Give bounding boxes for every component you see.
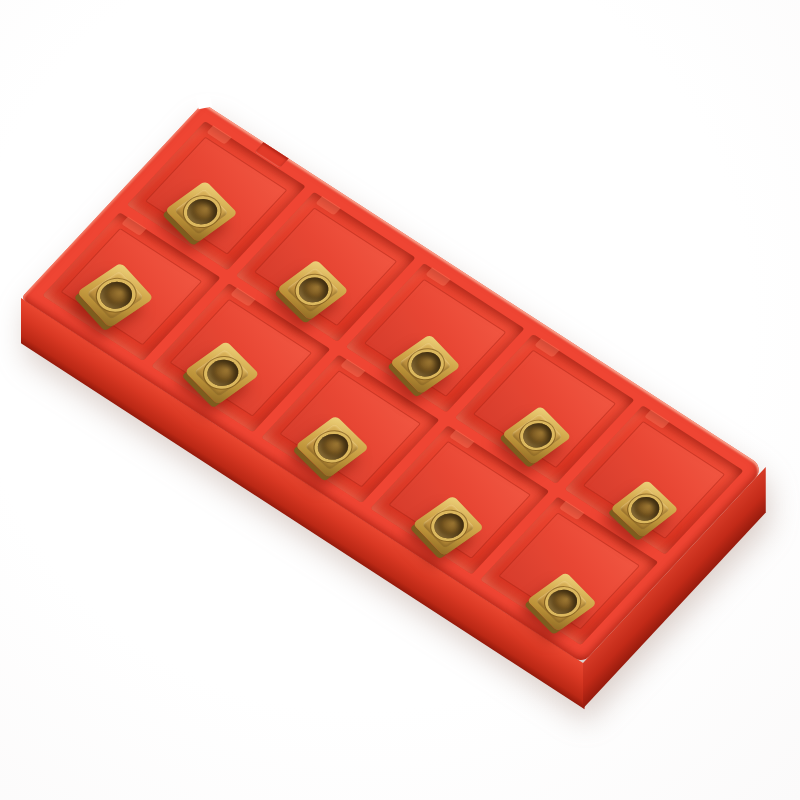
carbide-insert [413,495,485,556]
photo-canvas [0,0,800,800]
insert-tray [0,0,800,800]
carbide-insert [390,334,461,394]
carbide-insert [276,259,348,320]
carbide-insert [77,262,154,328]
carbide-insert [295,415,369,478]
carbide-insert [610,480,678,538]
carbide-insert [184,340,259,404]
carbide-insert [527,572,597,632]
corner-nick [196,93,213,110]
carbide-insert [502,406,572,465]
carbide-insert [165,181,238,243]
